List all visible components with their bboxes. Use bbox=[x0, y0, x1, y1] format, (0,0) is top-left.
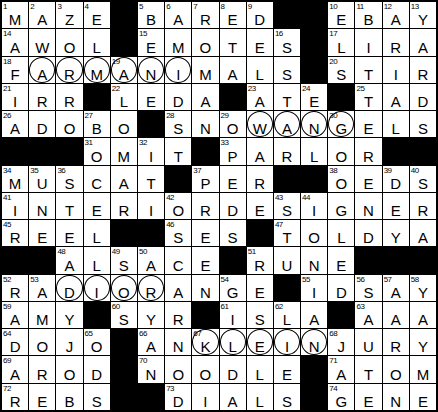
cell-r4c11[interactable]: T bbox=[274, 84, 300, 110]
cell-r12c14[interactable]: 63A bbox=[355, 302, 381, 328]
cell-r7c14[interactable]: E bbox=[355, 166, 381, 192]
cell-r9c1[interactable]: 45R bbox=[2, 220, 28, 246]
cell-r14c1[interactable]: 69A bbox=[2, 356, 28, 382]
cell-r9c9[interactable]: S bbox=[220, 220, 246, 246]
cell-letter: A bbox=[56, 257, 82, 274]
cell-letter: S bbox=[274, 202, 300, 219]
cell-r11c5[interactable]: O bbox=[111, 275, 137, 301]
cell-letter: E bbox=[247, 202, 273, 219]
cell-r4c2[interactable]: R bbox=[29, 84, 55, 110]
cell-letter: E bbox=[301, 93, 327, 110]
cell-r11c15[interactable]: 57A bbox=[383, 275, 409, 301]
cell-letter: G bbox=[220, 284, 246, 301]
cell-letter: G bbox=[328, 120, 354, 137]
cell-letter: L bbox=[247, 366, 273, 383]
cell-r11c8[interactable]: N bbox=[192, 275, 218, 301]
cell-r12c5[interactable]: 60S bbox=[111, 302, 137, 328]
cell-r14c8[interactable]: O bbox=[192, 356, 218, 382]
cell-r12c2[interactable]: M bbox=[29, 302, 55, 328]
cell-letter: E bbox=[410, 393, 436, 410]
cell-r1c13[interactable]: 10E bbox=[328, 2, 354, 28]
cell-letter: T bbox=[274, 229, 300, 246]
clue-number: 32 bbox=[139, 138, 147, 148]
cell-r15c3[interactable]: B bbox=[56, 384, 82, 410]
cell-r2c11[interactable]: 16S bbox=[274, 29, 300, 55]
cell-r13c4[interactable]: 65O bbox=[84, 329, 110, 355]
clue-number: 35 bbox=[30, 166, 38, 176]
cell-letter: U bbox=[29, 175, 55, 192]
clue-number: 73 bbox=[166, 384, 174, 394]
block-r10c16 bbox=[410, 247, 436, 273]
cell-r9c2[interactable]: E bbox=[29, 220, 55, 246]
cell-r13c16[interactable]: Y bbox=[410, 329, 436, 355]
cell-r8c15[interactable]: E bbox=[383, 193, 409, 219]
cell-r5c11[interactable]: A bbox=[274, 111, 300, 137]
cell-r15c2[interactable]: E bbox=[29, 384, 55, 410]
cell-letter: A bbox=[383, 11, 409, 28]
cell-r11c14[interactable]: 56S bbox=[355, 275, 381, 301]
cell-letter: C bbox=[165, 257, 191, 274]
cell-r2c10[interactable]: E bbox=[247, 29, 273, 55]
cell-letter: A bbox=[274, 120, 300, 137]
cell-r9c13[interactable]: L bbox=[328, 220, 354, 246]
cell-r15c10[interactable]: L bbox=[247, 384, 273, 410]
cell-r12c3[interactable]: Y bbox=[56, 302, 82, 328]
cell-r6c10[interactable]: A bbox=[247, 138, 273, 164]
cell-r11c2[interactable]: 53A bbox=[29, 275, 55, 301]
cell-r3c1[interactable]: 18F bbox=[2, 57, 28, 83]
cell-r5c1[interactable]: 26A bbox=[2, 111, 28, 137]
cell-r9c14[interactable]: D bbox=[355, 220, 381, 246]
cell-letter: E bbox=[328, 257, 354, 274]
cell-r11c1[interactable]: 52R bbox=[2, 275, 28, 301]
cell-r1c4[interactable]: 4E bbox=[84, 2, 110, 28]
cell-r5c10[interactable]: W bbox=[247, 111, 273, 137]
cell-r13c11[interactable]: I bbox=[274, 329, 300, 355]
cell-r6c11[interactable]: R bbox=[274, 138, 300, 164]
cell-r5c12[interactable]: N bbox=[301, 111, 327, 137]
clue-number: 30 bbox=[329, 111, 337, 121]
cell-r10c4[interactable]: L bbox=[84, 247, 110, 273]
cell-r11c6[interactable]: R bbox=[138, 275, 164, 301]
cell-letter: P bbox=[192, 175, 218, 192]
cell-letter: T bbox=[355, 66, 381, 83]
cell-r3c10[interactable]: L bbox=[247, 57, 273, 83]
cell-r15c9[interactable]: A bbox=[220, 384, 246, 410]
cell-r13c7[interactable]: N bbox=[165, 329, 191, 355]
cell-letter: E bbox=[192, 229, 218, 246]
cell-r14c9[interactable]: D bbox=[220, 356, 246, 382]
cell-r11c3[interactable]: D bbox=[56, 275, 82, 301]
clue-number: 25 bbox=[356, 84, 364, 94]
block-r1c11 bbox=[274, 2, 300, 28]
cell-r13c15[interactable]: R bbox=[383, 329, 409, 355]
cell-r3c14[interactable]: T bbox=[355, 57, 381, 83]
cell-r2c8[interactable]: O bbox=[192, 29, 218, 55]
cell-r11c4[interactable]: I bbox=[84, 275, 110, 301]
cell-r9c15[interactable]: Y bbox=[383, 220, 409, 246]
cell-r15c14[interactable]: E bbox=[355, 384, 381, 410]
cell-letter: A bbox=[2, 311, 28, 328]
cell-letter: R bbox=[2, 284, 28, 301]
cell-letter: T bbox=[274, 93, 300, 110]
cell-letter: N bbox=[192, 120, 218, 137]
block-r4c9 bbox=[220, 84, 246, 110]
cell-r3c6[interactable]: N bbox=[138, 57, 164, 83]
cell-r7c1[interactable]: 34M bbox=[2, 166, 28, 192]
cell-letter: B bbox=[355, 11, 381, 28]
cell-r2c2[interactable]: W bbox=[29, 29, 55, 55]
cell-r9c8[interactable]: E bbox=[192, 220, 218, 246]
cell-r2c1[interactable]: 14A bbox=[2, 29, 28, 55]
cell-r13c10[interactable]: E bbox=[247, 329, 273, 355]
cell-r5c3[interactable]: O bbox=[56, 111, 82, 137]
cell-letter: D bbox=[165, 93, 191, 110]
clue-number: 1 bbox=[3, 2, 7, 12]
cell-letter: R bbox=[410, 66, 436, 83]
cell-letter: A bbox=[355, 311, 381, 328]
cell-r3c9[interactable]: A bbox=[220, 57, 246, 83]
cell-r9c12[interactable]: O bbox=[301, 220, 327, 246]
cell-r5c7[interactable]: 28S bbox=[165, 111, 191, 137]
cell-r4c10[interactable]: 23A bbox=[247, 84, 273, 110]
cell-r1c6[interactable]: 5B bbox=[138, 2, 164, 28]
cell-r12c12[interactable]: A bbox=[301, 302, 327, 328]
cell-r14c3[interactable]: O bbox=[56, 356, 82, 382]
cell-letter: Y bbox=[383, 229, 409, 246]
cell-letter: A bbox=[220, 393, 246, 410]
clue-number: 48 bbox=[57, 247, 65, 257]
cell-letter: D bbox=[165, 393, 191, 410]
cell-r5c14[interactable]: E bbox=[355, 111, 381, 137]
cell-r14c14[interactable]: T bbox=[355, 356, 381, 382]
cell-r10c8[interactable]: E bbox=[192, 247, 218, 273]
cell-r8c13[interactable]: G bbox=[328, 193, 354, 219]
cell-letter: F bbox=[2, 66, 28, 83]
cell-r15c1[interactable]: 72R bbox=[2, 384, 28, 410]
cell-letter: O bbox=[29, 338, 55, 355]
cell-r8c4[interactable]: E bbox=[84, 193, 110, 219]
cell-r15c4[interactable]: S bbox=[84, 384, 110, 410]
cell-letter: A bbox=[29, 66, 55, 83]
cell-r13c13[interactable]: 68J bbox=[328, 329, 354, 355]
cell-r1c2[interactable]: 2A bbox=[29, 2, 55, 28]
cell-letter: C bbox=[84, 175, 110, 192]
cell-letter: U bbox=[274, 257, 300, 274]
cell-r8c11[interactable]: 43S bbox=[274, 193, 300, 219]
cell-letter: L bbox=[383, 120, 409, 137]
cell-r5c4[interactable]: 27B bbox=[84, 111, 110, 137]
cell-r8c7[interactable]: 42O bbox=[165, 193, 191, 219]
cell-r7c3[interactable]: 36S bbox=[56, 166, 82, 192]
clue-number: 68 bbox=[329, 329, 337, 339]
cell-r1c15[interactable]: 12A bbox=[383, 2, 409, 28]
cell-r15c8[interactable]: I bbox=[192, 384, 218, 410]
cell-r7c5[interactable]: A bbox=[111, 166, 137, 192]
cell-r7c8[interactable]: 37P bbox=[192, 166, 218, 192]
cell-r8c8[interactable]: R bbox=[192, 193, 218, 219]
cell-r5c8[interactable]: N bbox=[192, 111, 218, 137]
cell-r5c13[interactable]: 30G bbox=[328, 111, 354, 137]
cell-r3c8[interactable]: M bbox=[192, 57, 218, 83]
cell-r3c5[interactable]: 19A bbox=[111, 57, 137, 83]
cell-r3c4[interactable]: M bbox=[84, 57, 110, 83]
clue-number: 69 bbox=[3, 356, 11, 366]
cell-r14c6[interactable]: 70N bbox=[138, 356, 164, 382]
cell-letter: N bbox=[301, 257, 327, 274]
cell-letter: A bbox=[192, 93, 218, 110]
cell-r4c8[interactable]: A bbox=[192, 84, 218, 110]
cell-r11c12[interactable]: 55I bbox=[301, 275, 327, 301]
cell-letter: I bbox=[301, 202, 327, 219]
cell-letter: E bbox=[138, 93, 164, 110]
cell-r2c4[interactable]: L bbox=[84, 29, 110, 55]
cell-r9c11[interactable]: 47T bbox=[274, 220, 300, 246]
cell-letter: E bbox=[56, 229, 82, 246]
cell-r14c2[interactable]: R bbox=[29, 356, 55, 382]
block-r6c15 bbox=[383, 138, 409, 164]
cell-r8c14[interactable]: N bbox=[355, 193, 381, 219]
cell-letter: E bbox=[383, 202, 409, 219]
cell-r8c10[interactable]: E bbox=[247, 193, 273, 219]
cell-r3c16[interactable]: R bbox=[410, 57, 436, 83]
cell-r15c13[interactable]: 74G bbox=[328, 384, 354, 410]
cell-r3c3[interactable]: R bbox=[56, 57, 82, 83]
cell-letter: N bbox=[301, 338, 327, 355]
cell-r2c16[interactable]: A bbox=[410, 29, 436, 55]
cell-letter: A bbox=[138, 257, 164, 274]
cell-r13c1[interactable]: 64D bbox=[2, 329, 28, 355]
clue-number: 45 bbox=[3, 220, 11, 230]
cell-r2c9[interactable]: T bbox=[220, 29, 246, 55]
cell-letter: E bbox=[247, 39, 273, 56]
cell-r12c10[interactable]: S bbox=[247, 302, 273, 328]
cell-r10c5[interactable]: 49S bbox=[111, 247, 137, 273]
clue-number: 54 bbox=[221, 275, 229, 285]
cell-r9c16[interactable]: A bbox=[410, 220, 436, 246]
cell-r14c16[interactable]: M bbox=[410, 356, 436, 382]
cell-letter: A bbox=[111, 66, 137, 83]
cell-r1c14[interactable]: 11B bbox=[355, 2, 381, 28]
cell-r10c7[interactable]: C bbox=[165, 247, 191, 273]
cell-r4c16[interactable]: D bbox=[410, 84, 436, 110]
cell-letter: A bbox=[247, 93, 273, 110]
cell-letter: T bbox=[138, 175, 164, 192]
cell-r3c7[interactable]: I bbox=[165, 57, 191, 83]
block-r9c10 bbox=[247, 220, 273, 246]
cell-r7c15[interactable]: 39D bbox=[383, 166, 409, 192]
cell-r13c14[interactable]: U bbox=[355, 329, 381, 355]
cell-r14c13[interactable]: 71A bbox=[328, 356, 354, 382]
cell-r4c1[interactable]: 21I bbox=[2, 84, 28, 110]
cell-r1c7[interactable]: 6A bbox=[165, 2, 191, 28]
cell-r6c13[interactable]: O bbox=[328, 138, 354, 164]
cell-r1c10[interactable]: 9D bbox=[247, 2, 273, 28]
cell-r12c11[interactable]: 62L bbox=[274, 302, 300, 328]
cell-r11c16[interactable]: 58Y bbox=[410, 275, 436, 301]
cell-r6c7[interactable]: T bbox=[165, 138, 191, 164]
cell-letter: T bbox=[355, 93, 381, 110]
cell-r2c14[interactable]: I bbox=[355, 29, 381, 55]
cell-r4c3[interactable]: R bbox=[56, 84, 82, 110]
cell-r11c7[interactable]: A bbox=[165, 275, 191, 301]
cell-letter: R bbox=[383, 39, 409, 56]
cell-letter: O bbox=[328, 175, 354, 192]
cell-r13c2[interactable]: O bbox=[29, 329, 55, 355]
cell-r2c15[interactable]: R bbox=[383, 29, 409, 55]
cell-letter: D bbox=[410, 93, 436, 110]
cell-r15c15[interactable]: N bbox=[383, 384, 409, 410]
clue-number: 60 bbox=[112, 302, 120, 312]
cell-r12c15[interactable]: A bbox=[383, 302, 409, 328]
cell-r11c13[interactable]: D bbox=[328, 275, 354, 301]
cell-r7c6[interactable]: T bbox=[138, 166, 164, 192]
clue-number: 5 bbox=[139, 2, 143, 12]
cell-r14c10[interactable]: L bbox=[247, 356, 273, 382]
cell-r3c2[interactable]: A bbox=[29, 57, 55, 83]
cell-r6c4[interactable]: 31O bbox=[84, 138, 110, 164]
cell-letter: M bbox=[192, 66, 218, 83]
cell-r1c3[interactable]: 3Z bbox=[56, 2, 82, 28]
block-r12c8 bbox=[192, 302, 218, 328]
block-r10c1 bbox=[2, 247, 28, 273]
cell-letter: M bbox=[111, 148, 137, 165]
cell-r12c6[interactable]: Y bbox=[138, 302, 164, 328]
cell-r6c5[interactable]: M bbox=[111, 138, 137, 164]
cell-r10c3[interactable]: 48A bbox=[56, 247, 82, 273]
cell-r1c1[interactable]: 1M bbox=[2, 2, 28, 28]
cell-r8c12[interactable]: 44I bbox=[301, 193, 327, 219]
cell-r8c9[interactable]: D bbox=[220, 193, 246, 219]
cell-r2c7[interactable]: M bbox=[165, 29, 191, 55]
cell-r14c7[interactable]: O bbox=[165, 356, 191, 382]
cell-r4c7[interactable]: D bbox=[165, 84, 191, 110]
cell-r7c13[interactable]: 38O bbox=[328, 166, 354, 192]
cell-r14c15[interactable]: O bbox=[383, 356, 409, 382]
cell-r2c13[interactable]: 17L bbox=[328, 29, 354, 55]
cell-r2c6[interactable]: 15E bbox=[138, 29, 164, 55]
cell-r8c1[interactable]: 41I bbox=[2, 193, 28, 219]
cell-r5c2[interactable]: D bbox=[29, 111, 55, 137]
cell-r13c3[interactable]: J bbox=[56, 329, 82, 355]
cell-r3c15[interactable]: I bbox=[383, 57, 409, 83]
block-r1c5 bbox=[111, 2, 137, 28]
cell-r10c11[interactable]: U bbox=[274, 247, 300, 273]
cell-r7c9[interactable]: E bbox=[220, 166, 246, 192]
cell-r3c13[interactable]: 20S bbox=[328, 57, 354, 83]
cell-r11c10[interactable]: E bbox=[247, 275, 273, 301]
cell-letter: I bbox=[301, 284, 327, 301]
cell-r7c2[interactable]: 35U bbox=[29, 166, 55, 192]
cell-r5c5[interactable]: O bbox=[111, 111, 137, 137]
cell-r12c16[interactable]: A bbox=[410, 302, 436, 328]
cell-r4c12[interactable]: 24E bbox=[301, 84, 327, 110]
cell-r12c1[interactable]: 59A bbox=[2, 302, 28, 328]
cell-r4c5[interactable]: 22L bbox=[111, 84, 137, 110]
cell-letter: I bbox=[274, 338, 300, 355]
cell-r12c7[interactable]: R bbox=[165, 302, 191, 328]
cell-letter: O bbox=[192, 366, 218, 383]
cell-r15c16[interactable]: E bbox=[410, 384, 436, 410]
block-r10c2 bbox=[29, 247, 55, 273]
cell-r10c6[interactable]: 50A bbox=[138, 247, 164, 273]
cell-r15c7[interactable]: 73D bbox=[165, 384, 191, 410]
cell-letter: L bbox=[111, 93, 137, 110]
cell-letter: E bbox=[138, 39, 164, 56]
cell-r9c7[interactable]: 46S bbox=[165, 220, 191, 246]
cell-r13c9[interactable]: L bbox=[220, 329, 246, 355]
cell-r4c15[interactable]: A bbox=[383, 84, 409, 110]
cell-r1c9[interactable]: 8E bbox=[220, 2, 246, 28]
cell-r2c3[interactable]: O bbox=[56, 29, 82, 55]
cell-r13c6[interactable]: 66A bbox=[138, 329, 164, 355]
cell-r11c9[interactable]: 54G bbox=[220, 275, 246, 301]
cell-r1c8[interactable]: 7R bbox=[192, 2, 218, 28]
cell-r8c3[interactable]: T bbox=[56, 193, 82, 219]
cell-r3c11[interactable]: S bbox=[274, 57, 300, 83]
cell-letter: S bbox=[165, 120, 191, 137]
cell-letter: R bbox=[2, 393, 28, 410]
cell-r7c16[interactable]: 40S bbox=[410, 166, 436, 192]
cell-r8c6[interactable]: I bbox=[138, 193, 164, 219]
cell-r14c4[interactable]: D bbox=[84, 356, 110, 382]
cell-r13c12[interactable]: N bbox=[301, 329, 327, 355]
clue-number: 39 bbox=[384, 166, 392, 176]
cell-r6c6[interactable]: 32I bbox=[138, 138, 164, 164]
cell-r4c14[interactable]: 25T bbox=[355, 84, 381, 110]
block-r15c12 bbox=[301, 384, 327, 410]
clue-number: 44 bbox=[302, 193, 310, 203]
cell-r8c5[interactable]: R bbox=[111, 193, 137, 219]
cell-letter: A bbox=[247, 148, 273, 165]
cell-letter: L bbox=[301, 148, 327, 165]
cell-r14c11[interactable]: E bbox=[274, 356, 300, 382]
cell-r5c16[interactable]: S bbox=[410, 111, 436, 137]
cell-letter: I bbox=[138, 202, 164, 219]
cell-r5c9[interactable]: 29O bbox=[220, 111, 246, 137]
cell-r9c4[interactable]: L bbox=[84, 220, 110, 246]
cell-r5c15[interactable]: L bbox=[383, 111, 409, 137]
cell-r10c10[interactable]: 51R bbox=[247, 247, 273, 273]
cell-letter: E bbox=[274, 366, 300, 383]
clue-number: 36 bbox=[57, 166, 65, 176]
cell-r7c10[interactable]: R bbox=[247, 166, 273, 192]
cell-r6c12[interactable]: L bbox=[301, 138, 327, 164]
block-r1c12 bbox=[301, 2, 327, 28]
cell-r6c9[interactable]: 33P bbox=[220, 138, 246, 164]
cell-r4c6[interactable]: E bbox=[138, 84, 164, 110]
cell-r12c9[interactable]: 61I bbox=[220, 302, 246, 328]
cell-letter: A bbox=[165, 284, 191, 301]
cell-r7c4[interactable]: C bbox=[84, 166, 110, 192]
crossword-puzzle: 1M2A3Z4E5B6A7R8E9D10E11B12A13Y14AWOL15EM… bbox=[0, 0, 438, 412]
cell-r10c12[interactable]: N bbox=[301, 247, 327, 273]
cell-r6c14[interactable]: R bbox=[355, 138, 381, 164]
cell-r8c2[interactable]: N bbox=[29, 193, 55, 219]
cell-letter: T bbox=[165, 148, 191, 165]
cell-letter: E bbox=[220, 11, 246, 28]
clue-number: 50 bbox=[139, 247, 147, 257]
cell-r15c11[interactable]: S bbox=[274, 384, 300, 410]
cell-r13c8[interactable]: 67K bbox=[192, 329, 218, 355]
cell-r9c3[interactable]: E bbox=[56, 220, 82, 246]
cell-letter: A bbox=[138, 338, 164, 355]
cell-letter: S bbox=[56, 175, 82, 192]
cell-r1c16[interactable]: 13Y bbox=[410, 2, 436, 28]
cell-r8c16[interactable]: R bbox=[410, 193, 436, 219]
cell-letter: R bbox=[247, 175, 273, 192]
cell-r10c13[interactable]: E bbox=[328, 247, 354, 273]
